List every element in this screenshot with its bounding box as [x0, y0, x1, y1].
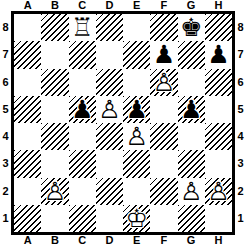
rank-label-5: 5	[0, 96, 11, 123]
square-h8[interactable]	[205, 14, 232, 41]
square-c6[interactable]	[69, 69, 96, 96]
square-e2[interactable]	[123, 178, 150, 205]
piece-glyph: ♟	[69, 96, 96, 123]
square-f6[interactable]: ♟♙	[150, 69, 177, 96]
square-h3[interactable]	[205, 150, 232, 177]
file-label-H: H	[205, 235, 232, 246]
piece-glyph: ♙	[123, 123, 150, 150]
rank-label-7: 7	[235, 41, 246, 68]
piece-glyph: ♟	[178, 96, 205, 123]
square-h1[interactable]	[205, 205, 232, 232]
chess-board-diagram: ABCDEFGH 87654321 ♜♖♚♚♟♟♟♟♟♙♟♟♟♙♟♟♟♟♟♙♟♙…	[0, 0, 246, 246]
rank-label-1: 1	[0, 205, 11, 232]
piece-wP-b2[interactable]: ♟♙	[41, 178, 68, 205]
square-b6[interactable]	[41, 69, 68, 96]
square-d2[interactable]	[96, 178, 123, 205]
square-a8[interactable]	[14, 14, 41, 41]
square-f2[interactable]	[150, 178, 177, 205]
square-d8[interactable]	[96, 14, 123, 41]
piece-bP-c5[interactable]: ♟♟	[69, 96, 96, 123]
square-e4[interactable]: ♟♙	[123, 123, 150, 150]
square-d7[interactable]	[96, 41, 123, 68]
piece-bP-g5[interactable]: ♟♟	[178, 96, 205, 123]
file-label-G: G	[178, 235, 205, 246]
square-b8[interactable]	[41, 14, 68, 41]
rank-label-4: 4	[0, 123, 11, 150]
square-g8[interactable]: ♚♚	[178, 14, 205, 41]
square-d6[interactable]	[96, 69, 123, 96]
square-g3[interactable]	[178, 150, 205, 177]
rank-label-3: 3	[0, 150, 11, 177]
square-b1[interactable]	[41, 205, 68, 232]
file-label-C: C	[69, 0, 96, 11]
piece-wR-c8[interactable]: ♜♖	[69, 14, 96, 41]
square-g7[interactable]	[178, 41, 205, 68]
file-label-D: D	[96, 0, 123, 11]
rank-labels-left: 87654321	[0, 14, 11, 232]
rank-label-5: 5	[235, 96, 246, 123]
piece-glyph: ♖	[69, 14, 96, 41]
file-label-E: E	[123, 0, 150, 11]
piece-wP-g2[interactable]: ♟♙	[178, 178, 205, 205]
square-h6[interactable]	[205, 69, 232, 96]
piece-glyph: ♙	[96, 96, 123, 123]
file-label-G: G	[178, 0, 205, 11]
chess-board: ♜♖♚♚♟♟♟♟♟♙♟♟♟♙♟♟♟♟♟♙♟♙♟♙♟♙♚♔	[11, 11, 235, 235]
rank-label-4: 4	[235, 123, 246, 150]
square-e3[interactable]	[123, 150, 150, 177]
piece-glyph: ♟	[123, 96, 150, 123]
square-e1[interactable]: ♚♔	[123, 205, 150, 232]
rank-label-8: 8	[235, 14, 246, 41]
piece-bK-g8[interactable]: ♚♚	[178, 14, 205, 41]
piece-bP-f7[interactable]: ♟♟	[150, 41, 177, 68]
file-label-A: A	[14, 235, 41, 246]
square-g2[interactable]: ♟♙	[178, 178, 205, 205]
square-f4[interactable]	[150, 123, 177, 150]
rank-label-1: 1	[235, 205, 246, 232]
square-h2[interactable]: ♟♙	[205, 178, 232, 205]
square-b2[interactable]: ♟♙	[41, 178, 68, 205]
square-a6[interactable]	[14, 69, 41, 96]
file-label-B: B	[41, 235, 68, 246]
rank-label-6: 6	[0, 69, 11, 96]
piece-bP-e5[interactable]: ♟♟	[123, 96, 150, 123]
rank-label-2: 2	[235, 178, 246, 205]
file-label-C: C	[69, 235, 96, 246]
square-f3[interactable]	[150, 150, 177, 177]
rank-label-3: 3	[235, 150, 246, 177]
square-a7[interactable]	[14, 41, 41, 68]
piece-glyph: ♚	[178, 14, 205, 41]
square-e5[interactable]: ♟♟	[123, 96, 150, 123]
square-d3[interactable]	[96, 150, 123, 177]
piece-glyph: ♙	[41, 178, 68, 205]
square-e7[interactable]	[123, 41, 150, 68]
square-b3[interactable]	[41, 150, 68, 177]
file-label-A: A	[14, 0, 41, 11]
piece-bP-h7[interactable]: ♟♟	[205, 41, 232, 68]
file-label-D: D	[96, 235, 123, 246]
square-a2[interactable]	[14, 178, 41, 205]
piece-glyph: ♔	[123, 205, 150, 232]
square-b7[interactable]	[41, 41, 68, 68]
square-c1[interactable]	[69, 205, 96, 232]
piece-wP-e4[interactable]: ♟♙	[123, 123, 150, 150]
piece-wK-e1[interactable]: ♚♔	[123, 205, 150, 232]
file-label-E: E	[123, 235, 150, 246]
rank-label-8: 8	[0, 14, 11, 41]
rank-label-2: 2	[0, 178, 11, 205]
square-a4[interactable]	[14, 123, 41, 150]
piece-wP-h2[interactable]: ♟♙	[205, 178, 232, 205]
square-h7[interactable]: ♟♟	[205, 41, 232, 68]
piece-glyph: ♙	[178, 178, 205, 205]
piece-wP-d5[interactable]: ♟♙	[96, 96, 123, 123]
piece-glyph: ♟	[150, 41, 177, 68]
square-f7[interactable]: ♟♟	[150, 41, 177, 68]
rank-label-6: 6	[235, 69, 246, 96]
square-d1[interactable]	[96, 205, 123, 232]
rank-labels-right: 87654321	[235, 14, 246, 232]
square-h4[interactable]	[205, 123, 232, 150]
file-label-B: B	[41, 0, 68, 11]
piece-glyph: ♟	[205, 41, 232, 68]
square-b4[interactable]	[41, 123, 68, 150]
piece-glyph: ♙	[150, 69, 177, 96]
piece-glyph: ♙	[205, 178, 232, 205]
square-d5[interactable]: ♟♙	[96, 96, 123, 123]
square-b5[interactable]	[41, 96, 68, 123]
file-label-H: H	[205, 0, 232, 11]
square-a5[interactable]	[14, 96, 41, 123]
square-e8[interactable]	[123, 14, 150, 41]
square-d4[interactable]	[96, 123, 123, 150]
file-labels-bottom: ABCDEFGH	[14, 235, 232, 246]
square-e6[interactable]	[123, 69, 150, 96]
square-f5[interactable]	[150, 96, 177, 123]
square-c2[interactable]	[69, 178, 96, 205]
square-g4[interactable]	[178, 123, 205, 150]
file-label-F: F	[150, 0, 177, 11]
square-c8[interactable]: ♜♖	[69, 14, 96, 41]
square-c7[interactable]	[69, 41, 96, 68]
file-label-F: F	[150, 235, 177, 246]
rank-label-7: 7	[0, 41, 11, 68]
square-g1[interactable]	[178, 205, 205, 232]
square-c5[interactable]: ♟♟	[69, 96, 96, 123]
square-a3[interactable]	[14, 150, 41, 177]
square-f8[interactable]	[150, 14, 177, 41]
piece-wP-f6[interactable]: ♟♙	[150, 69, 177, 96]
square-g5[interactable]: ♟♟	[178, 96, 205, 123]
square-f1[interactable]	[150, 205, 177, 232]
square-a1[interactable]	[14, 205, 41, 232]
square-g6[interactable]	[178, 69, 205, 96]
square-c3[interactable]	[69, 150, 96, 177]
square-c4[interactable]	[69, 123, 96, 150]
file-labels-top: ABCDEFGH	[14, 0, 232, 11]
square-h5[interactable]	[205, 96, 232, 123]
